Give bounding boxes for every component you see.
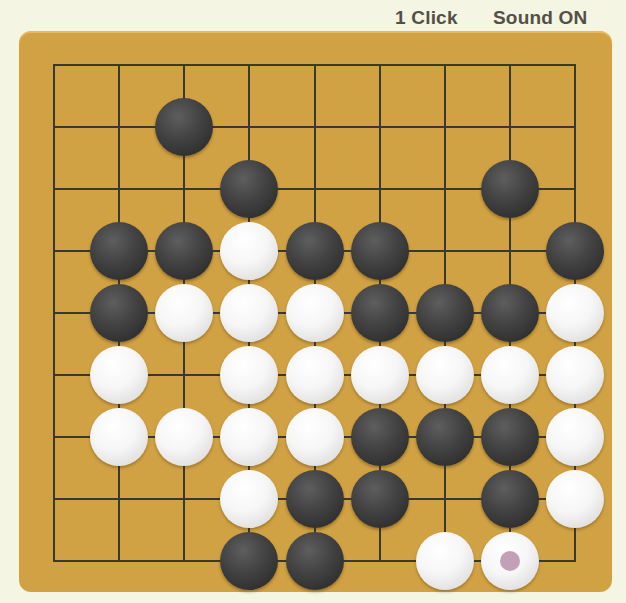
white-stone	[286, 284, 344, 342]
black-stone	[220, 160, 278, 218]
clicks-counter: 1 Click	[395, 7, 458, 29]
white-stone	[351, 346, 409, 404]
sound-toggle[interactable]: Sound ON	[493, 7, 587, 29]
go-board[interactable]	[19, 31, 612, 592]
black-stone	[546, 222, 604, 280]
white-stone	[220, 470, 278, 528]
black-stone	[286, 532, 344, 590]
last-move-marker	[500, 551, 520, 571]
white-stone	[546, 284, 604, 342]
white-stone	[546, 470, 604, 528]
white-stone	[220, 284, 278, 342]
white-stone	[481, 532, 539, 590]
white-stone	[90, 346, 148, 404]
black-stone	[351, 222, 409, 280]
white-stone	[416, 532, 474, 590]
white-stone	[546, 408, 604, 466]
white-stone	[155, 284, 213, 342]
black-stone	[351, 470, 409, 528]
white-stone	[220, 408, 278, 466]
white-stone	[155, 408, 213, 466]
white-stone	[481, 346, 539, 404]
black-stone	[90, 284, 148, 342]
black-stone	[351, 284, 409, 342]
black-stone	[481, 284, 539, 342]
white-stone	[220, 222, 278, 280]
black-stone	[481, 470, 539, 528]
black-stone	[90, 222, 148, 280]
black-stone	[155, 222, 213, 280]
white-stone	[546, 346, 604, 404]
white-stone	[416, 346, 474, 404]
white-stone	[220, 346, 278, 404]
black-stone	[351, 408, 409, 466]
black-stone	[220, 532, 278, 590]
black-stone	[416, 408, 474, 466]
black-stone	[416, 284, 474, 342]
white-stone	[90, 408, 148, 466]
black-stone	[481, 160, 539, 218]
white-stone	[286, 346, 344, 404]
white-stone	[286, 408, 344, 466]
black-stone	[286, 222, 344, 280]
black-stone	[286, 470, 344, 528]
black-stone	[481, 408, 539, 466]
black-stone	[155, 98, 213, 156]
